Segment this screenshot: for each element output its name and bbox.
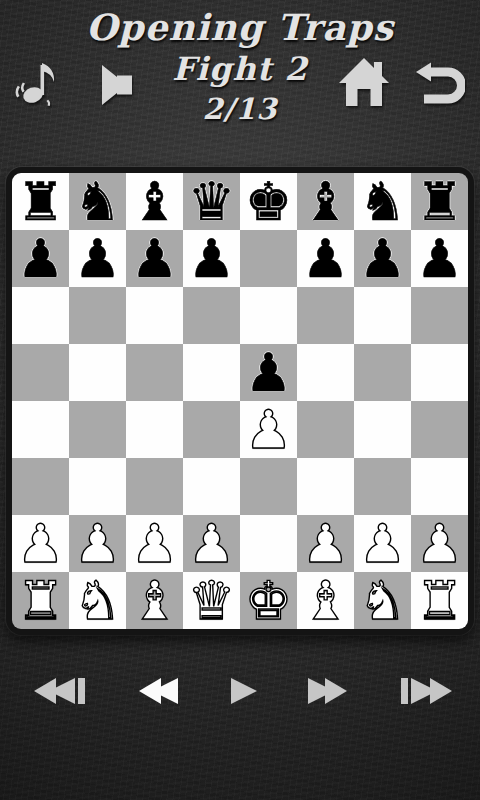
white-pawn: ♟ [17, 515, 65, 572]
black-pawn: ♟ [359, 230, 407, 287]
white-pawn: ♟ [359, 515, 407, 572]
square-b7[interactable]: ♟ [69, 230, 126, 287]
square-f5[interactable] [297, 344, 354, 401]
square-e8[interactable]: ♚ [240, 173, 297, 230]
square-b3[interactable] [69, 458, 126, 515]
square-e6[interactable] [240, 287, 297, 344]
black-pawn: ♟ [17, 230, 65, 287]
square-a5[interactable] [12, 344, 69, 401]
square-b2[interactable]: ♟ [69, 515, 126, 572]
rewind-icon [137, 676, 179, 706]
last-move-button[interactable] [398, 676, 454, 706]
square-d8[interactable]: ♛ [183, 173, 240, 230]
square-d4[interactable] [183, 401, 240, 458]
white-pawn: ♟ [74, 515, 122, 572]
lesson-title: Fight 2 [0, 50, 480, 88]
white-bishop: ♝ [302, 572, 350, 629]
square-a8[interactable]: ♜ [12, 173, 69, 230]
black-queen: ♛ [188, 173, 236, 230]
square-e2[interactable] [240, 515, 297, 572]
square-f2[interactable]: ♟ [297, 515, 354, 572]
square-h4[interactable] [411, 401, 468, 458]
square-f3[interactable] [297, 458, 354, 515]
play-icon [228, 676, 258, 706]
square-h5[interactable] [411, 344, 468, 401]
undo-arrow-icon [415, 62, 465, 104]
square-b8[interactable]: ♞ [69, 173, 126, 230]
black-pawn: ♟ [416, 230, 464, 287]
square-d3[interactable] [183, 458, 240, 515]
black-pawn: ♟ [302, 230, 350, 287]
square-g7[interactable]: ♟ [354, 230, 411, 287]
square-c7[interactable]: ♟ [126, 230, 183, 287]
black-rook: ♜ [17, 173, 65, 230]
app-screen: Opening Traps Fight 2 2/13 [0, 0, 480, 800]
white-rook: ♜ [416, 572, 464, 629]
square-b4[interactable] [69, 401, 126, 458]
square-c4[interactable] [126, 401, 183, 458]
white-rook: ♜ [17, 572, 65, 629]
square-g1[interactable]: ♞ [354, 572, 411, 629]
square-c2[interactable]: ♟ [126, 515, 183, 572]
black-pawn: ♟ [74, 230, 122, 287]
square-d7[interactable]: ♟ [183, 230, 240, 287]
music-toggle-button[interactable] [13, 57, 63, 107]
black-rook: ♜ [416, 173, 464, 230]
white-pawn: ♟ [245, 401, 293, 458]
square-a2[interactable]: ♟ [12, 515, 69, 572]
square-a7[interactable]: ♟ [12, 230, 69, 287]
home-button[interactable] [337, 56, 391, 108]
square-b5[interactable] [69, 344, 126, 401]
square-g3[interactable] [354, 458, 411, 515]
first-move-button[interactable] [32, 676, 88, 706]
square-g2[interactable]: ♟ [354, 515, 411, 572]
sound-toggle-button[interactable] [100, 64, 136, 106]
prev-move-button[interactable] [137, 676, 179, 706]
square-f8[interactable]: ♝ [297, 173, 354, 230]
chess-board-frame: ♜♞♝♛♚♝♞♜♟♟♟♟♟♟♟♟♟♟♟♟♟♟♟♟♜♞♝♛♚♝♞♜ [6, 167, 474, 635]
white-pawn: ♟ [416, 515, 464, 572]
speaker-icon [100, 64, 136, 106]
square-e3[interactable] [240, 458, 297, 515]
square-d6[interactable] [183, 287, 240, 344]
square-h1[interactable]: ♜ [411, 572, 468, 629]
black-pawn: ♟ [245, 344, 293, 401]
square-e7[interactable] [240, 230, 297, 287]
progress-counter: 2/13 [0, 92, 480, 126]
square-h6[interactable] [411, 287, 468, 344]
square-g4[interactable] [354, 401, 411, 458]
square-b6[interactable] [69, 287, 126, 344]
square-c5[interactable] [126, 344, 183, 401]
chess-board: ♜♞♝♛♚♝♞♜♟♟♟♟♟♟♟♟♟♟♟♟♟♟♟♟♜♞♝♛♚♝♞♜ [12, 173, 468, 629]
black-knight: ♞ [74, 173, 122, 230]
square-a1[interactable]: ♜ [12, 572, 69, 629]
square-f7[interactable]: ♟ [297, 230, 354, 287]
square-d2[interactable]: ♟ [183, 515, 240, 572]
square-h3[interactable] [411, 458, 468, 515]
white-king: ♚ [245, 572, 293, 629]
square-c8[interactable]: ♝ [126, 173, 183, 230]
black-king: ♚ [245, 173, 293, 230]
black-bishop: ♝ [302, 173, 350, 230]
home-icon [337, 56, 391, 108]
square-e5[interactable]: ♟ [240, 344, 297, 401]
square-e1[interactable]: ♚ [240, 572, 297, 629]
skip-to-start-icon [32, 676, 88, 706]
white-bishop: ♝ [131, 572, 179, 629]
square-g8[interactable]: ♞ [354, 173, 411, 230]
next-move-button[interactable] [307, 676, 349, 706]
square-a3[interactable] [12, 458, 69, 515]
square-g5[interactable] [354, 344, 411, 401]
square-f4[interactable] [297, 401, 354, 458]
square-d1[interactable]: ♛ [183, 572, 240, 629]
white-pawn: ♟ [131, 515, 179, 572]
square-f1[interactable]: ♝ [297, 572, 354, 629]
square-b1[interactable]: ♞ [69, 572, 126, 629]
square-h8[interactable]: ♜ [411, 173, 468, 230]
black-knight: ♞ [359, 173, 407, 230]
play-button[interactable] [228, 676, 258, 706]
white-knight: ♞ [74, 572, 122, 629]
square-c6[interactable] [126, 287, 183, 344]
square-g6[interactable] [354, 287, 411, 344]
black-pawn: ♟ [131, 230, 179, 287]
square-e4[interactable]: ♟ [240, 401, 297, 458]
skip-to-end-icon [398, 676, 454, 706]
music-note-icon [13, 57, 63, 107]
square-d5[interactable] [183, 344, 240, 401]
white-queen: ♛ [188, 572, 236, 629]
square-c1[interactable]: ♝ [126, 572, 183, 629]
square-h7[interactable]: ♟ [411, 230, 468, 287]
white-pawn: ♟ [188, 515, 236, 572]
fast-forward-icon [307, 676, 349, 706]
black-pawn: ♟ [188, 230, 236, 287]
square-f6[interactable] [297, 287, 354, 344]
page-title: Opening Traps [0, 6, 480, 48]
white-knight: ♞ [359, 572, 407, 629]
white-pawn: ♟ [302, 515, 350, 572]
square-c3[interactable] [126, 458, 183, 515]
square-h2[interactable]: ♟ [411, 515, 468, 572]
square-a4[interactable] [12, 401, 69, 458]
playback-controls [32, 668, 454, 714]
back-button[interactable] [415, 62, 465, 104]
square-a6[interactable] [12, 287, 69, 344]
black-bishop: ♝ [131, 173, 179, 230]
